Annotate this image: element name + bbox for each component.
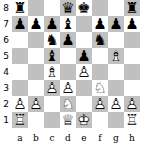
square-e3[interactable] bbox=[76, 80, 92, 96]
white-pawn[interactable]: ♟♙ bbox=[28, 96, 44, 112]
square-a6[interactable] bbox=[12, 32, 28, 48]
black-pawn[interactable]: ♟ bbox=[108, 16, 124, 32]
square-h1[interactable]: ♜♖ bbox=[124, 112, 140, 128]
square-e7[interactable] bbox=[76, 16, 92, 32]
white-queen[interactable]: ♛♕ bbox=[60, 112, 76, 128]
piece-glyph: ♟ bbox=[60, 32, 76, 48]
square-a7[interactable]: ♟ bbox=[12, 16, 28, 32]
black-bishop[interactable]: ♝ bbox=[44, 48, 60, 64]
square-b5[interactable] bbox=[28, 48, 44, 64]
black-queen[interactable]: ♛ bbox=[60, 0, 76, 16]
piece-glyph: ♜ bbox=[12, 0, 28, 16]
square-f7[interactable]: ♟ bbox=[92, 16, 108, 32]
white-pawn[interactable]: ♟♙ bbox=[108, 96, 124, 112]
white-knight[interactable]: ♞♘ bbox=[60, 96, 76, 112]
square-b8[interactable] bbox=[28, 0, 44, 16]
black-bishop[interactable]: ♝ bbox=[60, 16, 76, 32]
square-g3[interactable] bbox=[108, 80, 124, 96]
white-pawn[interactable]: ♟♙ bbox=[124, 96, 140, 112]
square-h5[interactable] bbox=[124, 48, 140, 64]
square-d5[interactable] bbox=[60, 48, 76, 64]
rank-label-5: 5 bbox=[0, 48, 12, 64]
white-rook[interactable]: ♜♖ bbox=[124, 112, 140, 128]
file-label-g: g bbox=[108, 131, 124, 145]
square-f1[interactable] bbox=[92, 112, 108, 128]
chess-diagram: 87654321 ♜♛♚♜♟♟♟♝♟♟♟♞♟♞♝♟♝♗♝♗♟♙♟♙♟♙♞♘♟♙♟… bbox=[0, 0, 151, 149]
square-b2[interactable]: ♟♙ bbox=[28, 96, 44, 112]
piece-outline: ♘ bbox=[60, 96, 76, 112]
square-b6[interactable] bbox=[28, 32, 44, 48]
file-label-d: d bbox=[60, 131, 76, 145]
square-h2[interactable]: ♟♙ bbox=[124, 96, 140, 112]
file-label-f: f bbox=[92, 131, 108, 145]
square-f5[interactable] bbox=[92, 48, 108, 64]
piece-glyph: ♛ bbox=[60, 0, 76, 16]
white-pawn[interactable]: ♟♙ bbox=[44, 80, 60, 96]
square-d1[interactable]: ♛♕ bbox=[60, 112, 76, 128]
black-rook[interactable]: ♜ bbox=[124, 0, 140, 16]
rank-label-7: 7 bbox=[0, 16, 12, 32]
square-d4[interactable] bbox=[60, 64, 76, 80]
piece-glyph: ♝ bbox=[44, 48, 60, 64]
square-c1[interactable] bbox=[44, 112, 60, 128]
square-b4[interactable] bbox=[28, 64, 44, 80]
square-h4[interactable] bbox=[124, 64, 140, 80]
rank-label-1: 1 bbox=[0, 112, 12, 128]
piece-outline: ♙ bbox=[12, 96, 28, 112]
white-king[interactable]: ♚♔ bbox=[76, 112, 92, 128]
square-a8[interactable]: ♜ bbox=[12, 0, 28, 16]
square-a4[interactable] bbox=[12, 64, 28, 80]
file-label-a: a bbox=[12, 131, 28, 145]
black-pawn[interactable]: ♟ bbox=[44, 16, 60, 32]
square-g7[interactable]: ♟ bbox=[108, 16, 124, 32]
piece-glyph: ♚ bbox=[76, 0, 92, 16]
square-d8[interactable]: ♛ bbox=[60, 0, 76, 16]
square-c8[interactable] bbox=[44, 0, 60, 16]
piece-outline: ♖ bbox=[12, 112, 28, 128]
square-h6[interactable] bbox=[124, 32, 140, 48]
square-e2[interactable] bbox=[76, 96, 92, 112]
square-c6[interactable]: ♞ bbox=[44, 32, 60, 48]
white-pawn[interactable]: ♟♙ bbox=[92, 96, 108, 112]
black-king[interactable]: ♚ bbox=[76, 0, 92, 16]
piece-glyph: ♜ bbox=[124, 0, 140, 16]
square-h3[interactable] bbox=[124, 80, 140, 96]
black-knight[interactable]: ♞ bbox=[92, 32, 108, 48]
square-f6[interactable]: ♞ bbox=[92, 32, 108, 48]
square-f2[interactable]: ♟♙ bbox=[92, 96, 108, 112]
square-g2[interactable]: ♟♙ bbox=[108, 96, 124, 112]
square-g6[interactable] bbox=[108, 32, 124, 48]
square-g5[interactable]: ♝♗ bbox=[108, 48, 124, 64]
square-d2[interactable]: ♞♘ bbox=[60, 96, 76, 112]
piece-glyph: ♟ bbox=[12, 16, 28, 32]
rank-labels: 87654321 bbox=[0, 0, 12, 128]
black-pawn[interactable]: ♟ bbox=[92, 16, 108, 32]
file-label-b: b bbox=[28, 131, 44, 145]
square-b7[interactable]: ♟ bbox=[28, 16, 44, 32]
rank-label-3: 3 bbox=[0, 80, 12, 96]
piece-outline: ♙ bbox=[28, 96, 44, 112]
piece-outline: ♗ bbox=[44, 64, 60, 80]
square-c4[interactable]: ♝♗ bbox=[44, 64, 60, 80]
piece-outline: ♙ bbox=[76, 64, 92, 80]
piece-glyph: ♟ bbox=[108, 16, 124, 32]
white-bishop[interactable]: ♝♗ bbox=[44, 64, 60, 80]
square-a1[interactable]: ♜♖ bbox=[12, 112, 28, 128]
file-label-e: e bbox=[76, 131, 92, 145]
square-b3[interactable] bbox=[28, 80, 44, 96]
file-labels: abcdefgh bbox=[12, 131, 140, 145]
square-a2[interactable]: ♟♙ bbox=[12, 96, 28, 112]
black-pawn[interactable]: ♟ bbox=[76, 48, 92, 64]
square-h8[interactable]: ♜ bbox=[124, 0, 140, 16]
white-pawn[interactable]: ♟♙ bbox=[60, 80, 76, 96]
square-d3[interactable]: ♟♙ bbox=[60, 80, 76, 96]
white-bishop[interactable]: ♝♗ bbox=[108, 48, 124, 64]
square-g4[interactable] bbox=[108, 64, 124, 80]
square-f3[interactable]: ♞♘ bbox=[92, 80, 108, 96]
black-knight[interactable]: ♞ bbox=[44, 32, 60, 48]
square-b1[interactable] bbox=[28, 112, 44, 128]
rank-label-6: 6 bbox=[0, 32, 12, 48]
square-e1[interactable]: ♚♔ bbox=[76, 112, 92, 128]
piece-outline: ♙ bbox=[124, 96, 140, 112]
piece-outline: ♙ bbox=[60, 80, 76, 96]
square-e6[interactable] bbox=[76, 32, 92, 48]
white-rook[interactable]: ♜♖ bbox=[12, 112, 28, 128]
chess-board[interactable]: ♜♛♚♜♟♟♟♝♟♟♟♞♟♞♝♟♝♗♝♗♟♙♟♙♟♙♞♘♟♙♟♙♞♘♟♙♟♙♟♙… bbox=[12, 0, 140, 128]
square-e8[interactable]: ♚ bbox=[76, 0, 92, 16]
piece-glyph: ♞ bbox=[92, 32, 108, 48]
square-g1[interactable] bbox=[108, 112, 124, 128]
piece-outline: ♙ bbox=[44, 80, 60, 96]
square-g8[interactable] bbox=[108, 0, 124, 16]
piece-glyph: ♟ bbox=[124, 16, 140, 32]
square-c5[interactable]: ♝ bbox=[44, 48, 60, 64]
rank-label-2: 2 bbox=[0, 96, 12, 112]
piece-glyph: ♟ bbox=[28, 16, 44, 32]
piece-glyph: ♝ bbox=[60, 16, 76, 32]
piece-outline: ♗ bbox=[108, 48, 124, 64]
rank-label-4: 4 bbox=[0, 64, 12, 80]
black-pawn[interactable]: ♟ bbox=[28, 16, 44, 32]
square-c7[interactable]: ♟ bbox=[44, 16, 60, 32]
piece-outline: ♕ bbox=[60, 112, 76, 128]
piece-glyph: ♟ bbox=[76, 48, 92, 64]
piece-outline: ♔ bbox=[76, 112, 92, 128]
square-c2[interactable] bbox=[44, 96, 60, 112]
square-f8[interactable] bbox=[92, 0, 108, 16]
square-h7[interactable]: ♟ bbox=[124, 16, 140, 32]
black-rook[interactable]: ♜ bbox=[12, 0, 28, 16]
piece-glyph: ♟ bbox=[92, 16, 108, 32]
square-e5[interactable]: ♟ bbox=[76, 48, 92, 64]
square-d6[interactable]: ♟ bbox=[60, 32, 76, 48]
white-knight[interactable]: ♞♘ bbox=[92, 80, 108, 96]
white-pawn[interactable]: ♟♙ bbox=[76, 64, 92, 80]
square-a5[interactable] bbox=[12, 48, 28, 64]
file-label-h: h bbox=[124, 131, 140, 145]
square-a3[interactable] bbox=[12, 80, 28, 96]
square-d7[interactable]: ♝ bbox=[60, 16, 76, 32]
piece-glyph: ♞ bbox=[44, 32, 60, 48]
square-f4[interactable] bbox=[92, 64, 108, 80]
square-e4[interactable]: ♟♙ bbox=[76, 64, 92, 80]
piece-outline: ♙ bbox=[108, 96, 124, 112]
rank-label-8: 8 bbox=[0, 0, 12, 16]
piece-outline: ♘ bbox=[92, 80, 108, 96]
black-pawn[interactable]: ♟ bbox=[12, 16, 28, 32]
piece-outline: ♖ bbox=[124, 112, 140, 128]
black-pawn[interactable]: ♟ bbox=[60, 32, 76, 48]
file-label-c: c bbox=[44, 131, 60, 145]
white-pawn[interactable]: ♟♙ bbox=[12, 96, 28, 112]
square-c3[interactable]: ♟♙ bbox=[44, 80, 60, 96]
piece-outline: ♙ bbox=[92, 96, 108, 112]
black-pawn[interactable]: ♟ bbox=[124, 16, 140, 32]
piece-glyph: ♟ bbox=[44, 16, 60, 32]
